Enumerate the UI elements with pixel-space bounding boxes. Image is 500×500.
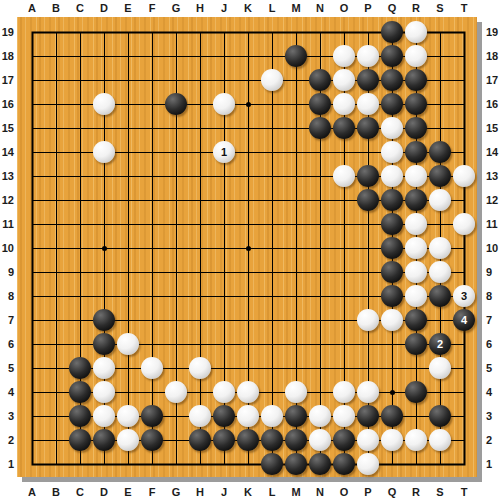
stone-white-D3[interactable] [93, 405, 115, 427]
row-label-right: 19 [486, 25, 500, 39]
stone-white-H3[interactable] [189, 405, 211, 427]
stone-black-S3[interactable] [429, 405, 451, 427]
column-label-top: A [24, 1, 40, 15]
row-label-left: 17 [0, 73, 14, 87]
row-label-left: 8 [0, 289, 14, 303]
stone-black-R6[interactable] [405, 333, 427, 355]
move-number-label: 3 [461, 290, 467, 302]
column-label-top: C [72, 1, 88, 15]
column-label-bottom: F [144, 485, 160, 499]
stone-white-D5[interactable] [93, 357, 115, 379]
row-label-right: 7 [486, 313, 500, 327]
row-label-right: 17 [486, 73, 500, 87]
stone-white-N2[interactable] [309, 429, 331, 451]
stone-white-P7[interactable] [357, 309, 379, 331]
stone-black-P13[interactable] [357, 165, 379, 187]
stone-white-P1[interactable] [357, 453, 379, 475]
row-label-left: 19 [0, 25, 14, 39]
stone-black-C2[interactable] [69, 429, 91, 451]
stone-black-R17[interactable] [405, 69, 427, 91]
stone-black-R16[interactable] [405, 93, 427, 115]
stone-white-Q14[interactable] [381, 141, 403, 163]
row-label-left: 7 [0, 313, 14, 327]
column-label-bottom: D [96, 485, 112, 499]
stone-white-S12[interactable] [429, 189, 451, 211]
stone-black-N1[interactable] [309, 453, 331, 475]
stone-white-N3[interactable] [309, 405, 331, 427]
row-label-left: 15 [0, 121, 14, 135]
column-label-bottom: O [336, 485, 352, 499]
row-label-right: 9 [486, 265, 500, 279]
stone-white-O13[interactable] [333, 165, 355, 187]
stone-white-G4[interactable] [165, 381, 187, 403]
stone-black-M18[interactable] [285, 45, 307, 67]
stone-black-Q9[interactable] [381, 261, 403, 283]
row-label-right: 12 [486, 193, 500, 207]
stone-white-K4[interactable] [237, 381, 259, 403]
column-label-bottom: C [72, 485, 88, 499]
stone-white-S9[interactable] [429, 261, 451, 283]
column-label-top: L [264, 1, 280, 15]
stone-white-Q7[interactable] [381, 309, 403, 331]
row-label-left: 11 [0, 217, 14, 231]
stone-white-K3[interactable] [237, 405, 259, 427]
stone-black-S6[interactable]: 2 [429, 333, 451, 355]
column-label-bottom: S [432, 485, 448, 499]
stone-white-D4[interactable] [93, 381, 115, 403]
stone-white-E3[interactable] [117, 405, 139, 427]
star-point [246, 102, 251, 107]
stone-black-P3[interactable] [357, 405, 379, 427]
column-label-top: Q [384, 1, 400, 15]
row-label-right: 4 [486, 385, 500, 399]
column-label-top: R [408, 1, 424, 15]
stone-white-O18[interactable] [333, 45, 355, 67]
stone-black-L1[interactable] [261, 453, 283, 475]
stone-white-J16[interactable] [213, 93, 235, 115]
row-label-left: 1 [0, 457, 14, 471]
stone-white-Q13[interactable] [381, 165, 403, 187]
column-label-top: N [312, 1, 328, 15]
stone-black-R15[interactable] [405, 117, 427, 139]
column-label-top: D [96, 1, 112, 15]
stone-black-C4[interactable] [69, 381, 91, 403]
stone-black-N17[interactable] [309, 69, 331, 91]
stone-white-R11[interactable] [405, 213, 427, 235]
stone-black-P15[interactable] [357, 117, 379, 139]
row-label-left: 6 [0, 337, 14, 351]
stone-black-D7[interactable] [93, 309, 115, 331]
row-label-left: 3 [0, 409, 14, 423]
row-label-right: 15 [486, 121, 500, 135]
move-number-label: 1 [221, 146, 227, 158]
stone-white-P2[interactable] [357, 429, 379, 451]
stone-white-S5[interactable] [429, 357, 451, 379]
row-label-left: 13 [0, 169, 14, 183]
row-label-right: 5 [486, 361, 500, 375]
stone-white-O17[interactable] [333, 69, 355, 91]
stone-white-O16[interactable] [333, 93, 355, 115]
row-label-left: 14 [0, 145, 14, 159]
column-label-bottom: T [456, 485, 472, 499]
stone-black-S14[interactable] [429, 141, 451, 163]
stone-white-J14[interactable]: 1 [213, 141, 235, 163]
row-label-left: 9 [0, 265, 14, 279]
stone-black-J2[interactable] [213, 429, 235, 451]
stone-black-R14[interactable] [405, 141, 427, 163]
column-label-top: T [456, 1, 472, 15]
stone-black-N16[interactable] [309, 93, 331, 115]
stone-black-N15[interactable] [309, 117, 331, 139]
stone-black-H2[interactable] [189, 429, 211, 451]
row-label-right: 16 [486, 97, 500, 111]
column-label-top: E [120, 1, 136, 15]
stone-white-T13[interactable] [453, 165, 475, 187]
stone-white-P16[interactable] [357, 93, 379, 115]
column-label-bottom: R [408, 485, 424, 499]
stone-black-R7[interactable] [405, 309, 427, 331]
stone-white-R9[interactable] [405, 261, 427, 283]
stone-white-R10[interactable] [405, 237, 427, 259]
stone-black-J3[interactable] [213, 405, 235, 427]
column-label-bottom: J [216, 485, 232, 499]
stone-black-R4[interactable] [405, 381, 427, 403]
star-point [246, 246, 251, 251]
row-label-right: 18 [486, 49, 500, 63]
column-label-bottom: L [264, 485, 280, 499]
column-label-bottom: Q [384, 485, 400, 499]
column-label-top: M [288, 1, 304, 15]
stone-black-S8[interactable] [429, 285, 451, 307]
column-label-top: O [336, 1, 352, 15]
row-label-right: 11 [486, 217, 500, 231]
column-label-bottom: K [240, 485, 256, 499]
stone-white-T11[interactable] [453, 213, 475, 235]
row-label-right: 13 [486, 169, 500, 183]
row-label-left: 4 [0, 385, 14, 399]
column-label-top: K [240, 1, 256, 15]
row-label-left: 2 [0, 433, 14, 447]
row-label-left: 10 [0, 241, 14, 255]
column-label-bottom: N [312, 485, 328, 499]
column-label-bottom: E [120, 485, 136, 499]
stone-white-Q15[interactable] [381, 117, 403, 139]
stone-black-O1[interactable] [333, 453, 355, 475]
column-label-bottom: P [360, 485, 376, 499]
column-label-top: H [192, 1, 208, 15]
row-label-left: 16 [0, 97, 14, 111]
stone-black-C5[interactable] [69, 357, 91, 379]
stone-black-M2[interactable] [285, 429, 307, 451]
column-label-top: J [216, 1, 232, 15]
stone-black-O2[interactable] [333, 429, 355, 451]
stone-white-R18[interactable] [405, 45, 427, 67]
stone-black-P12[interactable] [357, 189, 379, 211]
stone-black-Q16[interactable] [381, 93, 403, 115]
row-label-right: 10 [486, 241, 500, 255]
stone-black-D6[interactable] [93, 333, 115, 355]
stone-black-Q8[interactable] [381, 285, 403, 307]
stone-black-P17[interactable] [357, 69, 379, 91]
row-label-left: 5 [0, 361, 14, 375]
stone-black-Q10[interactable] [381, 237, 403, 259]
stone-black-Q3[interactable] [381, 405, 403, 427]
row-label-right: 2 [486, 433, 500, 447]
stone-white-P18[interactable] [357, 45, 379, 67]
row-label-left: 18 [0, 49, 14, 63]
stone-white-O3[interactable] [333, 405, 355, 427]
stone-black-C3[interactable] [69, 405, 91, 427]
stone-white-R8[interactable] [405, 285, 427, 307]
stone-white-T8[interactable]: 3 [453, 285, 475, 307]
column-label-top: B [48, 1, 64, 15]
stone-white-L17[interactable] [261, 69, 283, 91]
stone-white-Q2[interactable] [381, 429, 403, 451]
stone-black-Q19[interactable] [381, 21, 403, 43]
stone-white-J4[interactable] [213, 381, 235, 403]
stone-black-O15[interactable] [333, 117, 355, 139]
stone-black-F3[interactable] [141, 405, 163, 427]
stone-black-Q12[interactable] [381, 189, 403, 211]
stone-white-F5[interactable] [141, 357, 163, 379]
star-point [102, 246, 107, 251]
stone-black-S13[interactable] [429, 165, 451, 187]
stone-white-P4[interactable] [357, 381, 379, 403]
stone-white-S2[interactable] [429, 429, 451, 451]
stone-white-D16[interactable] [93, 93, 115, 115]
column-label-top: P [360, 1, 376, 15]
column-label-top: F [144, 1, 160, 15]
stone-black-G16[interactable] [165, 93, 187, 115]
stone-black-Q18[interactable] [381, 45, 403, 67]
stone-white-R19[interactable] [405, 21, 427, 43]
move-number-label: 2 [437, 338, 443, 350]
stone-white-M4[interactable] [285, 381, 307, 403]
go-app: AABBCCDDEEFFGGHHJJKKLLMMNNOOPPQQRRSSTT19… [0, 0, 500, 500]
row-label-right: 1 [486, 457, 500, 471]
stone-black-D2[interactable] [93, 429, 115, 451]
move-number-label: 4 [461, 314, 467, 326]
stone-black-K2[interactable] [237, 429, 259, 451]
column-label-top: G [168, 1, 184, 15]
column-label-top: S [432, 1, 448, 15]
row-label-right: 3 [486, 409, 500, 423]
stone-black-M3[interactable] [285, 405, 307, 427]
column-label-bottom: B [48, 485, 64, 499]
stone-black-L2[interactable] [261, 429, 283, 451]
stone-white-E6[interactable] [117, 333, 139, 355]
column-label-bottom: A [24, 485, 40, 499]
row-label-left: 12 [0, 193, 14, 207]
stone-black-T7[interactable]: 4 [453, 309, 475, 331]
row-label-right: 8 [486, 289, 500, 303]
column-label-bottom: H [192, 485, 208, 499]
stone-white-S10[interactable] [429, 237, 451, 259]
stone-black-F2[interactable] [141, 429, 163, 451]
stone-white-O4[interactable] [333, 381, 355, 403]
stone-black-M1[interactable] [285, 453, 307, 475]
column-label-bottom: G [168, 485, 184, 499]
stone-white-L3[interactable] [261, 405, 283, 427]
stone-white-D14[interactable] [93, 141, 115, 163]
stone-white-H5[interactable] [189, 357, 211, 379]
stone-white-R2[interactable] [405, 429, 427, 451]
row-label-right: 6 [486, 337, 500, 351]
row-label-right: 14 [486, 145, 500, 159]
column-label-bottom: M [288, 485, 304, 499]
stone-black-Q11[interactable] [381, 213, 403, 235]
stone-white-E2[interactable] [117, 429, 139, 451]
stone-black-R12[interactable] [405, 189, 427, 211]
star-point [390, 390, 395, 395]
stone-black-Q17[interactable] [381, 69, 403, 91]
stone-white-R13[interactable] [405, 165, 427, 187]
